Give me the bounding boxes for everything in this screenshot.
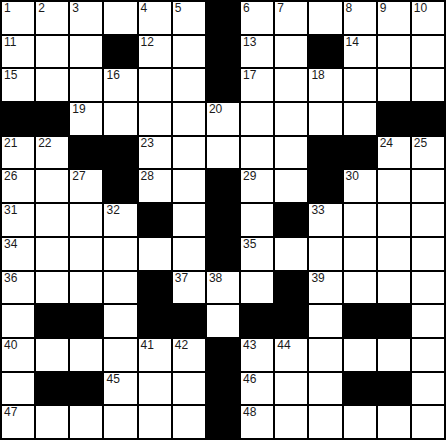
clue-number: 6: [243, 1, 250, 15]
clue-number: 11: [4, 35, 16, 49]
clue-number: 13: [243, 35, 256, 49]
block-cell-r4c12: [378, 103, 410, 135]
cell-r13c1[interactable]: 47: [2, 406, 34, 438]
cell-r13c12[interactable]: [378, 406, 410, 438]
block-cell-r4c13: [412, 103, 444, 135]
clue-number: 32: [106, 203, 119, 217]
clue-number: 27: [72, 169, 85, 183]
cell-r6c2[interactable]: [36, 170, 68, 202]
cell-r4c9[interactable]: [275, 103, 307, 135]
block-cell-r10c9: [275, 305, 307, 337]
block-cell-r11c7: [207, 339, 239, 371]
cell-r1c5[interactable]: 4: [139, 2, 171, 34]
cell-r11c12[interactable]: [378, 339, 410, 371]
clue-number: 15: [4, 68, 17, 82]
cell-r8c12[interactable]: [378, 238, 410, 270]
cell-r12c1[interactable]: [2, 373, 34, 405]
cell-r2c1[interactable]: 11: [2, 36, 34, 68]
cell-r2c13[interactable]: [412, 36, 444, 68]
clue-number: 19: [72, 102, 85, 116]
cell-r4c7[interactable]: 20: [207, 103, 239, 135]
cell-r9c3[interactable]: [70, 272, 102, 304]
cell-r7c1[interactable]: 31: [2, 204, 34, 236]
cell-r2c9[interactable]: [275, 36, 307, 68]
cell-r8c8[interactable]: 35: [241, 238, 273, 270]
cell-r11c1[interactable]: 40: [2, 339, 34, 371]
clue-number: 30: [346, 169, 359, 183]
crossword-grid: 1234567891011121314151617181920212223242…: [0, 0, 446, 440]
cell-r8c1[interactable]: 34: [2, 238, 34, 270]
cell-r2c8[interactable]: 13: [241, 36, 273, 68]
cell-r5c5[interactable]: 23: [139, 137, 171, 169]
clue-number: 14: [346, 35, 359, 49]
cell-r11c8[interactable]: 43: [241, 339, 273, 371]
cell-r5c9[interactable]: [275, 137, 307, 169]
clue-number: 17: [243, 68, 256, 82]
cell-r7c11[interactable]: [344, 204, 376, 236]
cell-r8c9[interactable]: [275, 238, 307, 270]
clue-number: 10: [414, 1, 427, 15]
cell-r4c3[interactable]: 19: [70, 103, 102, 135]
block-cell-r10c8: [241, 305, 273, 337]
cell-r3c5[interactable]: [139, 69, 171, 101]
cell-r10c10[interactable]: [309, 305, 341, 337]
cell-r7c3[interactable]: [70, 204, 102, 236]
clue-number: 23: [141, 136, 154, 150]
cell-r6c5[interactable]: 28: [139, 170, 171, 202]
block-cell-r6c10: [309, 170, 341, 202]
cell-r13c4[interactable]: [104, 406, 136, 438]
cell-r1c12[interactable]: 9: [378, 2, 410, 34]
cell-r13c3[interactable]: [70, 406, 102, 438]
cell-r1c11[interactable]: 8: [344, 2, 376, 34]
cell-r13c13[interactable]: [412, 406, 444, 438]
cell-r9c7[interactable]: 38: [207, 272, 239, 304]
cell-r8c11[interactable]: [344, 238, 376, 270]
clue-number: 25: [414, 136, 427, 150]
cell-r7c8[interactable]: [241, 204, 273, 236]
clue-number: 3: [72, 1, 79, 15]
cell-r5c7[interactable]: [207, 137, 239, 169]
cell-r12c5[interactable]: [139, 373, 171, 405]
cell-r3c4[interactable]: 16: [104, 69, 136, 101]
block-cell-r10c12: [378, 305, 410, 337]
block-cell-r13c7: [207, 406, 239, 438]
cell-r8c6[interactable]: [173, 238, 205, 270]
cell-r5c12[interactable]: 24: [378, 137, 410, 169]
cell-r8c4[interactable]: [104, 238, 136, 270]
cell-r6c1[interactable]: 26: [2, 170, 34, 202]
clue-number: 24: [380, 136, 393, 150]
cell-r6c13[interactable]: [412, 170, 444, 202]
cell-r5c2[interactable]: 22: [36, 137, 68, 169]
block-cell-r12c2: [36, 373, 68, 405]
cell-r9c2[interactable]: [36, 272, 68, 304]
cell-r1c10[interactable]: [309, 2, 341, 34]
clue-number: 34: [4, 237, 17, 251]
cell-r3c11[interactable]: [344, 69, 376, 101]
cell-r6c11[interactable]: 30: [344, 170, 376, 202]
clue-number: 5: [175, 1, 182, 15]
clue-number: 40: [4, 338, 17, 352]
clue-number: 4: [141, 1, 148, 15]
clue-number: 22: [38, 136, 51, 150]
cell-r11c11[interactable]: [344, 339, 376, 371]
block-cell-r1c7: [207, 2, 239, 34]
cell-r7c12[interactable]: [378, 204, 410, 236]
cell-r12c13[interactable]: [412, 373, 444, 405]
clue-number: 46: [243, 372, 256, 386]
clue-number: 26: [4, 169, 17, 183]
cell-r4c5[interactable]: [139, 103, 171, 135]
cell-r3c9[interactable]: [275, 69, 307, 101]
cell-r10c4[interactable]: [104, 305, 136, 337]
block-cell-r5c11: [344, 137, 376, 169]
block-cell-r2c7: [207, 36, 239, 68]
cell-r12c4[interactable]: 45: [104, 373, 136, 405]
cell-r8c13[interactable]: [412, 238, 444, 270]
block-cell-r4c2: [36, 103, 68, 135]
block-cell-r5c10: [309, 137, 341, 169]
cell-r8c5[interactable]: [139, 238, 171, 270]
cell-r4c10[interactable]: [309, 103, 341, 135]
block-cell-r12c12: [378, 373, 410, 405]
clue-number: 45: [106, 372, 119, 386]
cell-r4c8[interactable]: [241, 103, 273, 135]
clue-number: 44: [277, 338, 290, 352]
cell-r6c9[interactable]: [275, 170, 307, 202]
block-cell-r2c10: [309, 36, 341, 68]
cell-r8c2[interactable]: [36, 238, 68, 270]
block-cell-r12c3: [70, 373, 102, 405]
cell-r1c6[interactable]: 5: [173, 2, 205, 34]
cell-r11c3[interactable]: [70, 339, 102, 371]
cell-r10c7[interactable]: [207, 305, 239, 337]
cell-r1c3[interactable]: 3: [70, 2, 102, 34]
clue-number: 36: [4, 271, 17, 285]
cell-r1c4[interactable]: [104, 2, 136, 34]
block-cell-r8c7: [207, 238, 239, 270]
clue-number: 21: [4, 136, 17, 150]
clue-number: 9: [380, 1, 387, 15]
cell-r3c2[interactable]: [36, 69, 68, 101]
clue-number: 29: [243, 169, 256, 183]
cell-r6c8[interactable]: 29: [241, 170, 273, 202]
block-cell-r3c7: [207, 69, 239, 101]
cell-r9c10[interactable]: 39: [309, 272, 341, 304]
block-cell-r6c7: [207, 170, 239, 202]
cell-r13c5[interactable]: [139, 406, 171, 438]
cell-r3c6[interactable]: [173, 69, 205, 101]
block-cell-r5c4: [104, 137, 136, 169]
cell-r2c3[interactable]: [70, 36, 102, 68]
cell-r9c4[interactable]: [104, 272, 136, 304]
cell-r8c10[interactable]: [309, 238, 341, 270]
cell-r13c6[interactable]: [173, 406, 205, 438]
cell-r1c13[interactable]: 10: [412, 2, 444, 34]
cell-r6c6[interactable]: [173, 170, 205, 202]
clue-number: 43: [243, 338, 256, 352]
block-cell-r9c9: [275, 272, 307, 304]
cell-r2c11[interactable]: 14: [344, 36, 376, 68]
cell-r5c6[interactable]: [173, 137, 205, 169]
block-cell-r10c6: [173, 305, 205, 337]
cell-r4c11[interactable]: [344, 103, 376, 135]
block-cell-r7c5: [139, 204, 171, 236]
cell-r2c2[interactable]: [36, 36, 68, 68]
cell-r3c1[interactable]: 15: [2, 69, 34, 101]
block-cell-r7c9: [275, 204, 307, 236]
cell-r10c13[interactable]: [412, 305, 444, 337]
cell-r9c11[interactable]: [344, 272, 376, 304]
cell-r7c13[interactable]: [412, 204, 444, 236]
block-cell-r7c7: [207, 204, 239, 236]
cell-r2c5[interactable]: 12: [139, 36, 171, 68]
cell-r6c3[interactable]: 27: [70, 170, 102, 202]
cell-r11c5[interactable]: 41: [139, 339, 171, 371]
cell-r12c10[interactable]: [309, 373, 341, 405]
block-cell-r9c5: [139, 272, 171, 304]
cell-r7c4[interactable]: 32: [104, 204, 136, 236]
cell-r13c2[interactable]: [36, 406, 68, 438]
cell-r1c2[interactable]: 2: [36, 2, 68, 34]
cell-r9c13[interactable]: [412, 272, 444, 304]
cell-r7c10[interactable]: 33: [309, 204, 341, 236]
clue-number: 35: [243, 237, 256, 251]
cell-r9c8[interactable]: [241, 272, 273, 304]
block-cell-r5c3: [70, 137, 102, 169]
cell-r4c4[interactable]: [104, 103, 136, 135]
cell-r3c3[interactable]: [70, 69, 102, 101]
clue-number: 7: [277, 1, 284, 15]
clue-number: 28: [141, 169, 154, 183]
cell-r1c1[interactable]: 1: [2, 2, 34, 34]
cell-r8c3[interactable]: [70, 238, 102, 270]
clue-number: 47: [4, 405, 17, 419]
clue-number: 37: [175, 271, 188, 285]
cell-r11c4[interactable]: [104, 339, 136, 371]
cell-r10c1[interactable]: [2, 305, 34, 337]
cell-r6c12[interactable]: [378, 170, 410, 202]
cell-r2c6[interactable]: [173, 36, 205, 68]
cell-r3c10[interactable]: 18: [309, 69, 341, 101]
cell-r13c9[interactable]: [275, 406, 307, 438]
clue-number: 39: [311, 271, 324, 285]
cell-r5c1[interactable]: 21: [2, 137, 34, 169]
cell-r3c12[interactable]: [378, 69, 410, 101]
clue-number: 42: [175, 338, 188, 352]
cell-r9c1[interactable]: 36: [2, 272, 34, 304]
clue-number: 8: [346, 1, 353, 15]
block-cell-r10c3: [70, 305, 102, 337]
cell-r12c6[interactable]: [173, 373, 205, 405]
block-cell-r12c11: [344, 373, 376, 405]
block-cell-r10c11: [344, 305, 376, 337]
clue-number: 48: [243, 405, 256, 419]
cell-r9c12[interactable]: [378, 272, 410, 304]
block-cell-r6c4: [104, 170, 136, 202]
clue-number: 16: [106, 68, 119, 82]
cell-r13c10[interactable]: [309, 406, 341, 438]
clue-number: 20: [209, 102, 222, 116]
clue-number: 31: [4, 203, 17, 217]
clue-number: 12: [141, 35, 154, 49]
cell-r11c9[interactable]: 44: [275, 339, 307, 371]
cell-r5c8[interactable]: [241, 137, 273, 169]
clue-number: 33: [311, 203, 324, 217]
clue-number: 1: [4, 1, 11, 15]
cell-r3c13[interactable]: [412, 69, 444, 101]
cell-r3c8[interactable]: 17: [241, 69, 273, 101]
cell-r13c11[interactable]: [344, 406, 376, 438]
cell-r12c8[interactable]: 46: [241, 373, 273, 405]
cell-r11c6[interactable]: 42: [173, 339, 205, 371]
clue-number: 38: [209, 271, 222, 285]
cell-r7c2[interactable]: [36, 204, 68, 236]
cell-r2c12[interactable]: [378, 36, 410, 68]
block-cell-r10c5: [139, 305, 171, 337]
block-cell-r2c4: [104, 36, 136, 68]
cell-r11c13[interactable]: [412, 339, 444, 371]
cell-r11c10[interactable]: [309, 339, 341, 371]
clue-number: 18: [311, 68, 324, 82]
cell-r12c9[interactable]: [275, 373, 307, 405]
cell-r7c6[interactable]: [173, 204, 205, 236]
cell-r4c6[interactable]: [173, 103, 205, 135]
block-cell-r12c7: [207, 373, 239, 405]
cell-r1c9[interactable]: 7: [275, 2, 307, 34]
cell-r11c2[interactable]: [36, 339, 68, 371]
block-cell-r10c2: [36, 305, 68, 337]
cell-r9c6[interactable]: 37: [173, 272, 205, 304]
cell-r1c8[interactable]: 6: [241, 2, 273, 34]
clue-number: 2: [38, 1, 45, 15]
cell-r5c13[interactable]: 25: [412, 137, 444, 169]
cell-r13c8[interactable]: 48: [241, 406, 273, 438]
clue-number: 41: [141, 338, 154, 352]
block-cell-r4c1: [2, 103, 34, 135]
